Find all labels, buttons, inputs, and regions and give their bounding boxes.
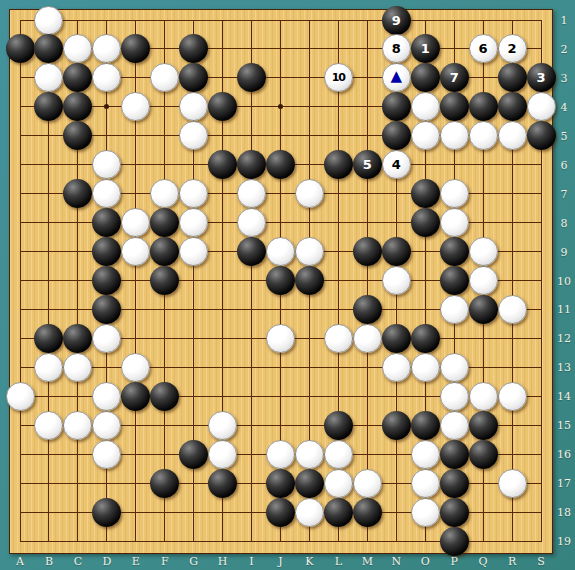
row-label: 11 [557,304,571,315]
row-label: 4 [561,101,568,112]
stone-black: 9 [382,6,411,35]
column-label: H [218,556,228,567]
stone-black [411,63,440,92]
stone-white [411,440,440,469]
stone-white: 6 [469,34,498,63]
row-label: 14 [557,391,571,402]
column-label: F [161,556,169,567]
row-label: 3 [561,72,568,83]
stone-white [237,179,266,208]
stone-white [498,295,527,324]
move-number-label: 9 [392,14,401,27]
column-label: G [189,556,198,567]
column-label: O [421,556,430,567]
stone-white [34,411,63,440]
move-number-label: 6 [479,42,488,55]
stone-black [440,237,469,266]
stone-white [266,237,295,266]
stone-white [92,382,121,411]
stone-white [324,469,353,498]
stone-white [411,469,440,498]
move-number-label: 4 [392,158,401,171]
stone-black: 3 [527,63,556,92]
row-label: 18 [557,507,571,518]
stone-white [411,92,440,121]
stone-black [440,469,469,498]
stone-black [295,469,324,498]
row-label: 8 [561,217,568,228]
stone-black [382,324,411,353]
stone-black: 1 [411,34,440,63]
stone-white [440,411,469,440]
stone-black [6,34,35,63]
stone-black [440,266,469,295]
stone-white [6,382,35,411]
stone-black [266,150,295,179]
stone-white [411,353,440,382]
stone-black [382,121,411,150]
stone-black [266,498,295,527]
row-label: 17 [557,478,571,489]
stone-white [63,353,92,382]
row-label: 9 [561,246,568,257]
stone-white [498,469,527,498]
column-label: A [16,556,24,567]
row-label: 12 [557,333,571,344]
column-label: P [450,556,457,567]
stone-black [266,266,295,295]
stone-white [295,498,324,527]
move-number-label: 3 [536,71,545,84]
stone-black: 5 [353,150,382,179]
move-number-label: 7 [450,71,459,84]
move-number-label: 1 [421,42,430,55]
stone-black [150,266,179,295]
triangle-marker-icon: ▲ [390,69,402,84]
stone-white: 8 [382,34,411,63]
stone-white [295,237,324,266]
stone-white [237,208,266,237]
stone-white [440,353,469,382]
stone-black [121,382,150,411]
stone-white [382,353,411,382]
stone-white [34,6,63,35]
stone-black [411,208,440,237]
move-number-label: 2 [508,42,517,55]
stone-white [208,411,237,440]
stone-black [440,92,469,121]
stone-black [411,179,440,208]
stone-white [92,324,121,353]
column-label: M [362,556,373,567]
column-label: J [278,556,282,567]
stone-black [324,498,353,527]
column-label: Q [479,556,488,567]
row-label: 6 [561,159,568,170]
stone-black [382,237,411,266]
row-label: 19 [557,536,571,547]
stone-white [440,121,469,150]
row-label: 15 [557,420,571,431]
board-grid-line [367,20,368,542]
stone-black [469,440,498,469]
stone-white [469,121,498,150]
row-label: 10 [557,275,571,286]
stone-black [382,92,411,121]
column-label: S [537,556,545,567]
stone-black [469,295,498,324]
stone-white [324,440,353,469]
stone-black [353,295,382,324]
row-label: 2 [561,43,568,54]
stone-white [324,324,353,353]
row-label: 16 [557,449,571,460]
stone-black [498,92,527,121]
stone-white [527,92,556,121]
stone-white [295,440,324,469]
stone-white [469,266,498,295]
stone-black [92,498,121,527]
column-label: N [391,556,401,567]
stone-black [353,237,382,266]
column-label: K [305,556,313,567]
stone-black [527,121,556,150]
stone-black: 7 [440,63,469,92]
stone-black [411,411,440,440]
stone-white [469,237,498,266]
stone-black [266,469,295,498]
stone-white [266,324,295,353]
column-label: I [249,556,253,567]
stone-black [498,63,527,92]
stone-black [295,266,324,295]
stone-white [179,237,208,266]
stone-black [382,411,411,440]
stone-white [411,498,440,527]
stone-black [150,382,179,411]
move-number-label: 10 [332,72,345,83]
stone-white [208,440,237,469]
stone-black [469,411,498,440]
stone-white [440,295,469,324]
stone-white [121,353,150,382]
row-label: 13 [557,362,571,373]
stone-white [498,382,527,411]
go-game-window: 9816210▲7354ABCDEFGHIJKLMNOPQRS123456789… [0,0,575,570]
column-label: L [335,556,342,567]
row-label: 7 [561,188,568,199]
stone-white [440,382,469,411]
column-label: E [132,556,140,567]
stone-white [498,121,527,150]
move-number-label: 5 [363,158,372,171]
row-label: 5 [561,130,568,141]
stone-white [382,266,411,295]
stone-black [324,150,353,179]
stone-white [63,411,92,440]
column-label: C [74,556,82,567]
stone-white [440,179,469,208]
stone-black [440,527,469,556]
stone-black [179,440,208,469]
stone-black [237,237,266,266]
stone-white [353,324,382,353]
stone-white [92,411,121,440]
stone-white [266,440,295,469]
stone-white: 4 [382,150,411,179]
stone-white: 2 [498,34,527,63]
stone-white [353,469,382,498]
stone-black [440,440,469,469]
column-label: R [508,556,516,567]
column-label: B [45,556,53,567]
move-number-label: 8 [392,42,401,55]
stone-black [208,469,237,498]
stone-white: ▲ [382,63,411,92]
stone-white [411,121,440,150]
stone-black [150,469,179,498]
stone-black [324,411,353,440]
stone-black [440,498,469,527]
stone-white [440,208,469,237]
stone-black [353,498,382,527]
stone-white [295,179,324,208]
stone-white [469,382,498,411]
row-label: 1 [561,15,568,26]
stone-black [469,92,498,121]
column-label: D [102,556,111,567]
stone-white [92,440,121,469]
stone-black [411,324,440,353]
